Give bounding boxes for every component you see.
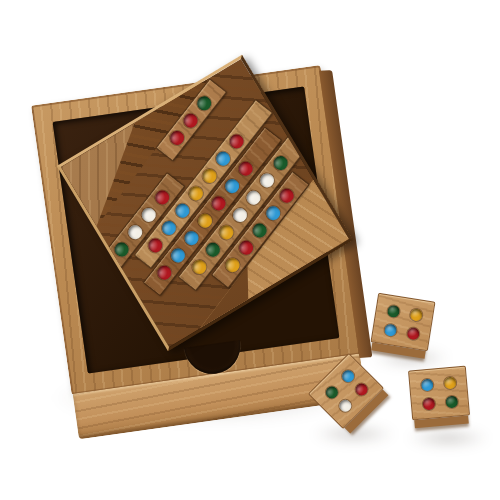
yellow-dot: [409, 308, 423, 322]
yellow-dot: [443, 376, 456, 389]
blue-dot: [222, 176, 242, 196]
green-dot: [271, 154, 291, 174]
yellow-dot: [190, 258, 210, 278]
tile-floor-shadow: [372, 348, 450, 368]
yellow-dot: [186, 183, 206, 203]
blue-dot: [168, 246, 188, 266]
yellow-dot: [217, 223, 237, 243]
white-dot: [336, 397, 353, 414]
red-dot: [181, 111, 201, 131]
tile-floor-shadow: [312, 424, 396, 444]
green-dot: [323, 384, 340, 401]
blue-dot: [182, 228, 202, 248]
white-dot: [125, 222, 145, 242]
white-dot: [231, 206, 251, 226]
green-dot: [203, 240, 223, 260]
tile-floor-shadow: [406, 428, 490, 448]
yellow-dot: [200, 166, 220, 186]
red-dot: [236, 238, 256, 258]
red-dot: [167, 128, 187, 148]
red-dot: [422, 397, 435, 410]
blue-dot: [172, 201, 192, 221]
blue-dot: [263, 203, 283, 223]
red-dot: [352, 381, 369, 398]
green-dot: [194, 94, 214, 114]
red-dot: [152, 187, 172, 207]
green-dot: [386, 304, 400, 318]
loose-tile-3[interactable]: [408, 366, 470, 421]
yellow-dot: [195, 211, 215, 231]
tile-face: [408, 366, 470, 421]
tile-face: [370, 293, 435, 351]
white-dot: [139, 205, 159, 225]
red-dot: [209, 194, 229, 214]
red-dot: [277, 186, 297, 206]
blue-dot: [383, 323, 397, 337]
loose-tile-1[interactable]: [370, 293, 435, 351]
green-dot: [111, 239, 131, 259]
blue-dot: [213, 149, 233, 169]
green-dot: [445, 395, 458, 408]
blue-dot: [159, 218, 179, 238]
blue-dot: [339, 368, 356, 385]
red-dot: [155, 263, 175, 283]
yellow-dot: [223, 255, 243, 275]
red-dot: [227, 131, 247, 151]
white-dot: [244, 188, 264, 208]
blue-dot: [420, 378, 433, 391]
red-dot: [406, 326, 420, 340]
red-dot: [145, 235, 165, 255]
red-dot: [236, 159, 256, 179]
green-dot: [250, 221, 270, 241]
white-dot: [258, 171, 278, 191]
